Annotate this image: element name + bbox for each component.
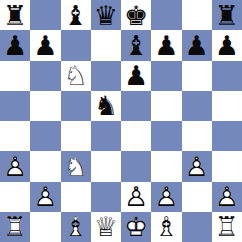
white-pawn-outline: ♙ <box>0 151 30 181</box>
square-f8[interactable] <box>151 0 181 30</box>
white-pawn-outline: ♙ <box>30 182 60 212</box>
black-knight-piece: ♞ <box>91 91 121 121</box>
square-b1[interactable] <box>30 212 60 242</box>
square-e2[interactable]: ♟♙ <box>121 182 151 212</box>
black-pawn-glyph: ♟ <box>212 30 242 60</box>
square-f3[interactable] <box>151 151 181 181</box>
square-g8[interactable] <box>182 0 212 30</box>
square-e7[interactable]: ♝ <box>121 30 151 60</box>
square-g3[interactable]: ♟♙ <box>182 151 212 181</box>
white-knight-piece: ♞♘ <box>61 61 91 91</box>
black-king-glyph: ♚ <box>121 0 151 30</box>
black-pawn-piece: ♟ <box>151 30 181 60</box>
white-pawn-piece: ♟♙ <box>30 182 60 212</box>
white-knight-outline: ♘ <box>61 151 91 181</box>
square-f7[interactable]: ♟ <box>151 30 181 60</box>
black-queen-glyph: ♛ <box>91 0 121 30</box>
square-a8[interactable]: ♜ <box>0 0 30 30</box>
black-pawn-piece: ♟ <box>182 30 212 60</box>
square-b5[interactable] <box>30 91 60 121</box>
square-e8[interactable]: ♚ <box>121 0 151 30</box>
square-c3[interactable]: ♞♘ <box>61 151 91 181</box>
black-pawn-glyph: ♟ <box>30 30 60 60</box>
square-a5[interactable] <box>0 91 30 121</box>
square-h7[interactable]: ♟ <box>212 30 242 60</box>
black-bishop-piece: ♝ <box>121 30 151 60</box>
square-e6[interactable]: ♟ <box>121 61 151 91</box>
white-pawn-outline: ♙ <box>182 151 212 181</box>
black-king-piece: ♚ <box>121 0 151 30</box>
black-pawn-piece: ♟ <box>0 30 30 60</box>
white-rook-piece: ♜♖ <box>0 212 30 242</box>
square-g5[interactable] <box>182 91 212 121</box>
black-pawn-glyph: ♟ <box>0 30 30 60</box>
square-f4[interactable] <box>151 121 181 151</box>
square-g1[interactable] <box>182 212 212 242</box>
square-f2[interactable]: ♟♙ <box>151 182 181 212</box>
square-d2[interactable] <box>91 182 121 212</box>
white-knight-outline: ♘ <box>61 61 91 91</box>
black-rook-glyph: ♜ <box>212 0 242 30</box>
square-c7[interactable] <box>61 30 91 60</box>
square-b8[interactable] <box>30 0 60 30</box>
white-bishop-piece: ♝♗ <box>151 212 181 242</box>
square-a4[interactable] <box>0 121 30 151</box>
square-b4[interactable] <box>30 121 60 151</box>
square-d4[interactable] <box>91 121 121 151</box>
square-d5[interactable]: ♞ <box>91 91 121 121</box>
black-bishop-glyph: ♝ <box>61 0 91 30</box>
square-d8[interactable]: ♛ <box>91 0 121 30</box>
white-king-outline: ♔ <box>121 212 151 242</box>
white-pawn-piece: ♟♙ <box>182 151 212 181</box>
black-bishop-glyph: ♝ <box>121 30 151 60</box>
square-d3[interactable] <box>91 151 121 181</box>
square-h6[interactable] <box>212 61 242 91</box>
square-e1[interactable]: ♚♔ <box>121 212 151 242</box>
square-b2[interactable]: ♟♙ <box>30 182 60 212</box>
square-b6[interactable] <box>30 61 60 91</box>
square-h2[interactable]: ♟♙ <box>212 182 242 212</box>
square-a2[interactable] <box>0 182 30 212</box>
white-bishop-outline: ♗ <box>151 212 181 242</box>
square-h4[interactable] <box>212 121 242 151</box>
square-g7[interactable]: ♟ <box>182 30 212 60</box>
black-pawn-piece: ♟ <box>30 30 60 60</box>
white-rook-outline: ♖ <box>0 212 30 242</box>
white-knight-piece: ♞♘ <box>61 151 91 181</box>
square-c2[interactable] <box>61 182 91 212</box>
square-a6[interactable] <box>0 61 30 91</box>
white-pawn-outline: ♙ <box>212 182 242 212</box>
square-h3[interactable] <box>212 151 242 181</box>
square-c4[interactable] <box>61 121 91 151</box>
chess-board: ♜♝♛♚♜♟♟♝♟♟♟♞♘♟♞♟♙♞♘♟♙♟♙♟♙♟♙♟♙♜♖♝♗♛♕♚♔♝♗♜… <box>0 0 242 242</box>
square-f6[interactable] <box>151 61 181 91</box>
black-rook-piece: ♜ <box>0 0 30 30</box>
square-c8[interactable]: ♝ <box>61 0 91 30</box>
white-rook-piece: ♜♖ <box>212 212 242 242</box>
white-bishop-outline: ♗ <box>61 212 91 242</box>
square-c6[interactable]: ♞♘ <box>61 61 91 91</box>
white-pawn-piece: ♟♙ <box>151 182 181 212</box>
white-pawn-piece: ♟♙ <box>121 182 151 212</box>
black-rook-piece: ♜ <box>212 0 242 30</box>
white-pawn-outline: ♙ <box>121 182 151 212</box>
square-e4[interactable] <box>121 121 151 151</box>
square-c1[interactable]: ♝♗ <box>61 212 91 242</box>
square-d1[interactable]: ♛♕ <box>91 212 121 242</box>
black-pawn-piece: ♟ <box>121 61 151 91</box>
square-b7[interactable]: ♟ <box>30 30 60 60</box>
black-pawn-glyph: ♟ <box>151 30 181 60</box>
square-b3[interactable] <box>30 151 60 181</box>
square-a3[interactable]: ♟♙ <box>0 151 30 181</box>
white-bishop-piece: ♝♗ <box>61 212 91 242</box>
square-f1[interactable]: ♝♗ <box>151 212 181 242</box>
square-h8[interactable]: ♜ <box>212 0 242 30</box>
black-pawn-piece: ♟ <box>212 30 242 60</box>
square-a7[interactable]: ♟ <box>0 30 30 60</box>
white-queen-outline: ♕ <box>91 212 121 242</box>
square-a1[interactable]: ♜♖ <box>0 212 30 242</box>
white-pawn-piece: ♟♙ <box>212 182 242 212</box>
white-queen-piece: ♛♕ <box>91 212 121 242</box>
white-rook-outline: ♖ <box>212 212 242 242</box>
square-d6[interactable] <box>91 61 121 91</box>
square-h1[interactable]: ♜♖ <box>212 212 242 242</box>
square-g2[interactable] <box>182 182 212 212</box>
square-g4[interactable] <box>182 121 212 151</box>
square-h5[interactable] <box>212 91 242 121</box>
black-bishop-piece: ♝ <box>61 0 91 30</box>
black-knight-glyph: ♞ <box>91 91 121 121</box>
white-pawn-outline: ♙ <box>151 182 181 212</box>
square-e3[interactable] <box>121 151 151 181</box>
square-e5[interactable] <box>121 91 151 121</box>
square-f5[interactable] <box>151 91 181 121</box>
black-rook-glyph: ♜ <box>0 0 30 30</box>
square-g6[interactable] <box>182 61 212 91</box>
square-c5[interactable] <box>61 91 91 121</box>
white-king-piece: ♚♔ <box>121 212 151 242</box>
white-pawn-piece: ♟♙ <box>0 151 30 181</box>
black-pawn-glyph: ♟ <box>182 30 212 60</box>
square-d7[interactable] <box>91 30 121 60</box>
black-pawn-glyph: ♟ <box>121 61 151 91</box>
black-queen-piece: ♛ <box>91 0 121 30</box>
